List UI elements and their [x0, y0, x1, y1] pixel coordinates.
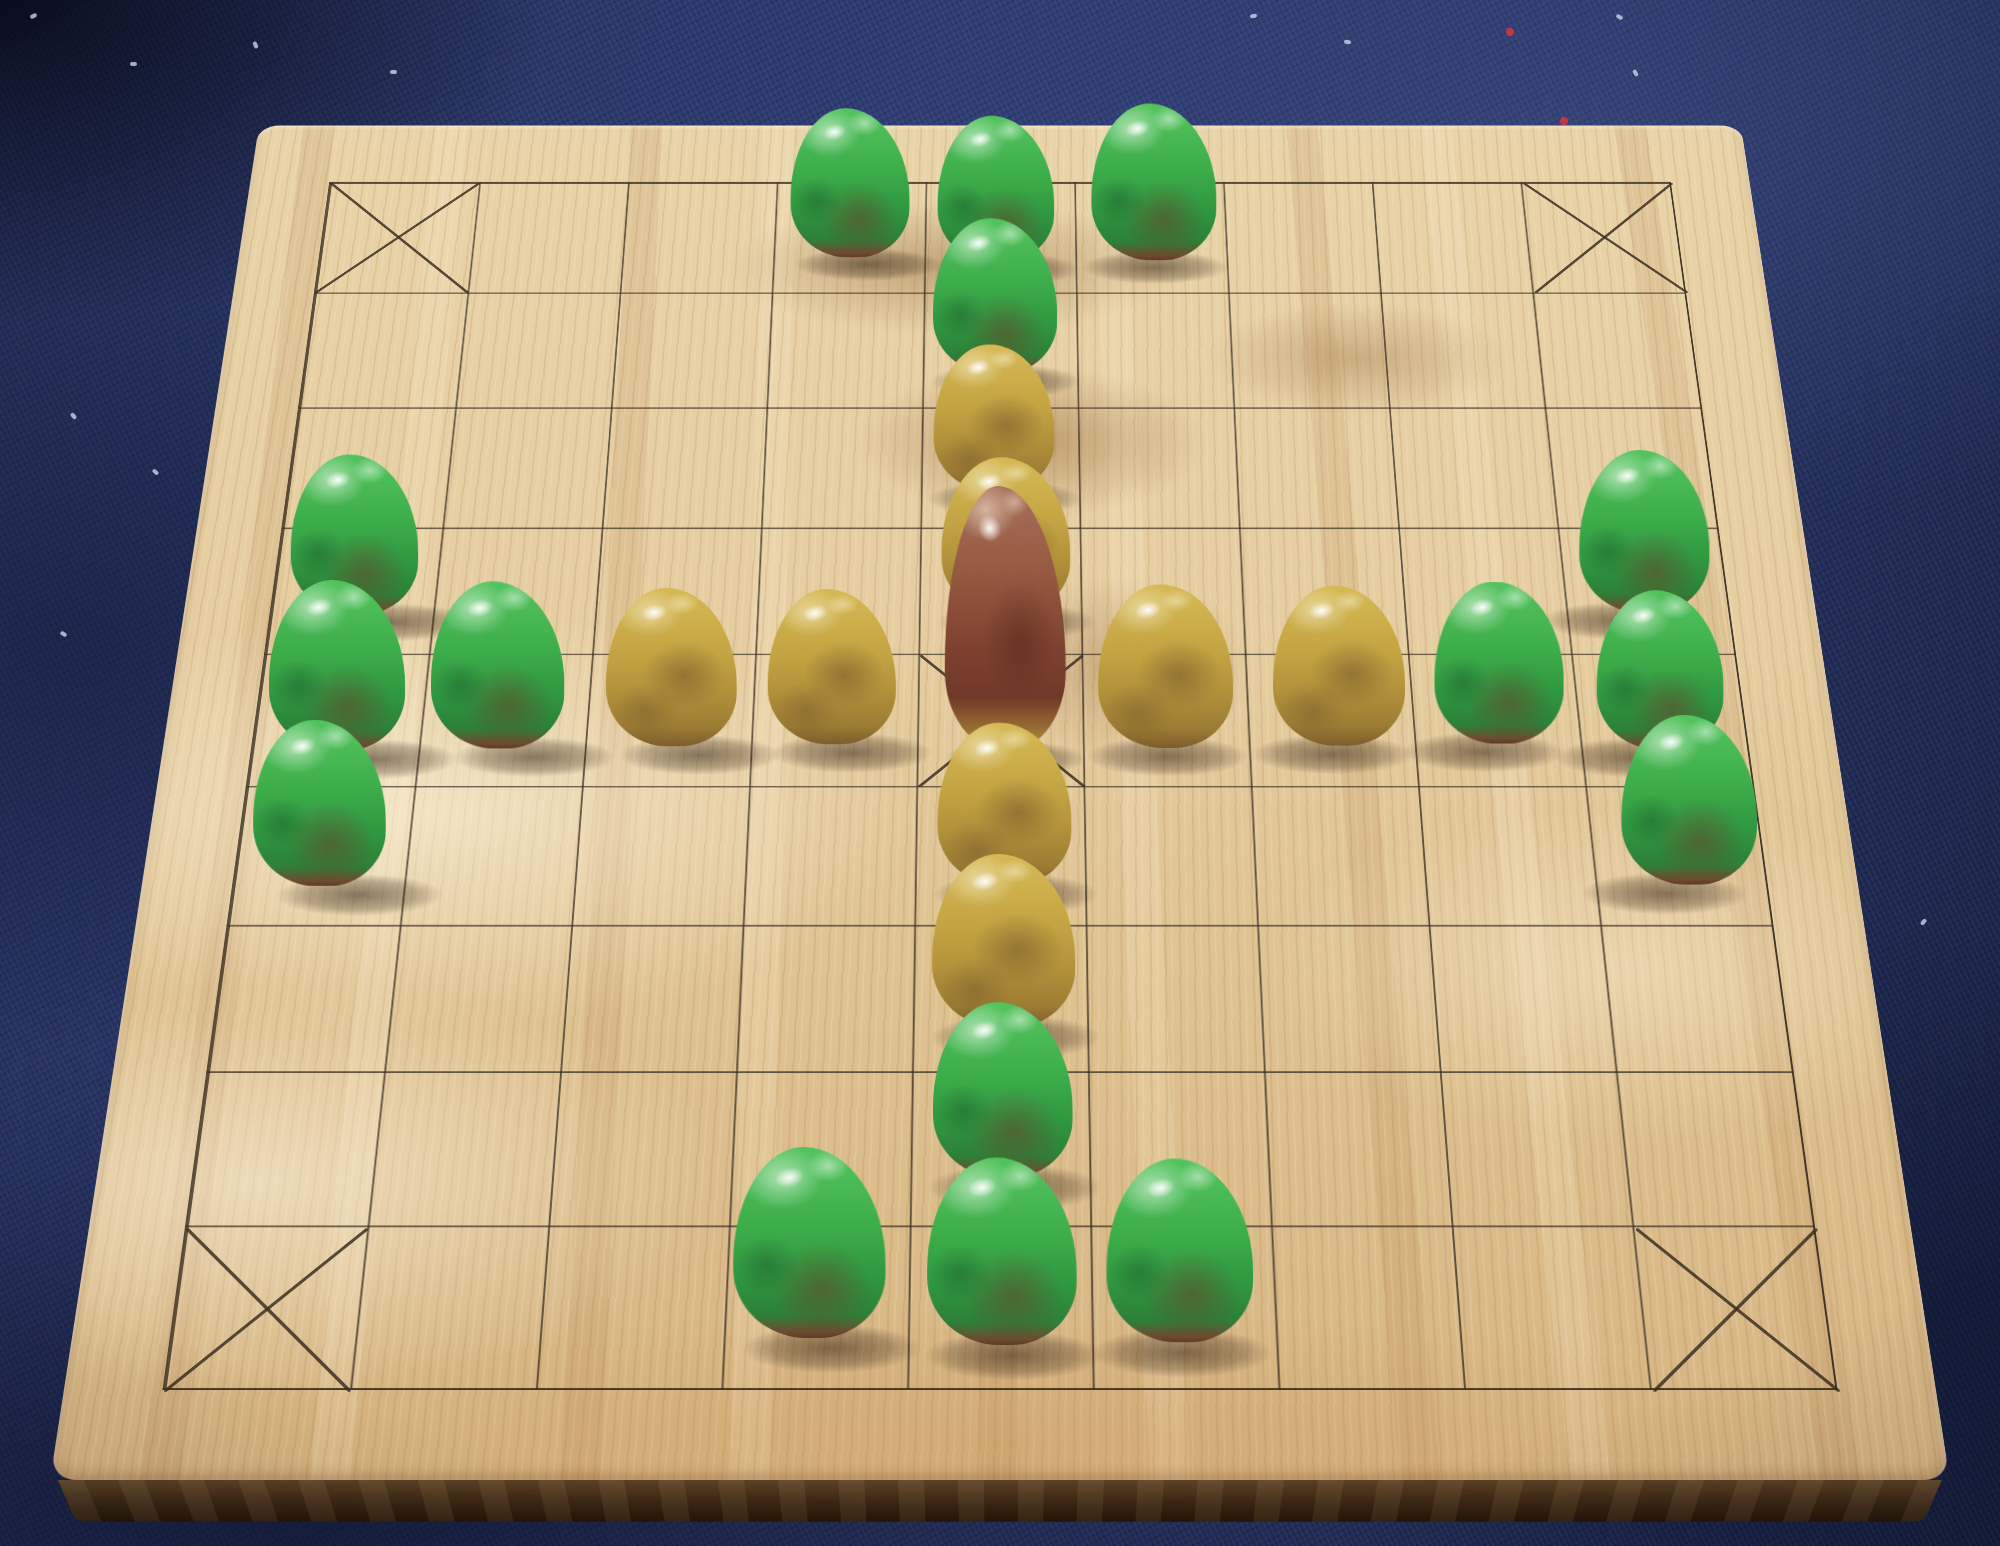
glaze-highlight [817, 119, 852, 147]
square-i3[interactable] [1548, 408, 1721, 529]
square-d9[interactable] [723, 1229, 912, 1392]
square-a3[interactable] [283, 408, 456, 529]
photo-stage [0, 0, 2000, 1546]
square-f1[interactable] [1076, 183, 1230, 293]
square-i7[interactable] [1604, 927, 1796, 1074]
square-c1[interactable] [620, 183, 777, 293]
square-c9[interactable] [537, 1229, 731, 1392]
corner-x-mark-i1 [1523, 183, 1687, 293]
square-i5[interactable] [1574, 655, 1756, 788]
square-a2[interactable] [300, 293, 468, 408]
glaze-highlight [964, 126, 998, 153]
square-c6[interactable] [572, 788, 750, 927]
square-i4[interactable] [1561, 529, 1738, 655]
square-f5[interactable] [1084, 655, 1254, 788]
square-g6[interactable] [1253, 788, 1431, 927]
square-i6[interactable] [1589, 788, 1776, 927]
square-i8[interactable] [1619, 1074, 1817, 1229]
square-f7[interactable] [1088, 927, 1267, 1074]
corner-x-mark-a1 [315, 183, 479, 293]
square-h7[interactable] [1432, 927, 1620, 1074]
square-h8[interactable] [1443, 1074, 1636, 1229]
square-c7[interactable] [561, 927, 744, 1074]
square-e9[interactable] [909, 1229, 1095, 1392]
square-g7[interactable] [1260, 927, 1443, 1074]
tablut-board [50, 125, 1950, 1480]
square-g1[interactable] [1225, 183, 1383, 293]
glaze-highlight [1119, 114, 1156, 143]
square-c3[interactable] [602, 408, 767, 529]
square-f6[interactable] [1086, 788, 1260, 927]
square-e1[interactable] [925, 183, 1077, 293]
square-b6[interactable] [400, 788, 583, 927]
square-c2[interactable] [612, 293, 773, 408]
square-h1[interactable] [1374, 183, 1535, 293]
square-h5[interactable] [1411, 655, 1589, 788]
square-f3[interactable] [1080, 408, 1242, 529]
square-h9[interactable] [1455, 1229, 1654, 1392]
square-e3[interactable] [922, 408, 1082, 529]
square-d7[interactable] [737, 927, 916, 1074]
square-d3[interactable] [762, 408, 923, 529]
square-b2[interactable] [456, 293, 621, 408]
square-b1[interactable] [468, 183, 629, 293]
square-a4[interactable] [266, 529, 443, 655]
square-g4[interactable] [1241, 529, 1410, 655]
square-h2[interactable] [1383, 293, 1548, 408]
square-c5[interactable] [583, 655, 757, 788]
square-b8[interactable] [368, 1074, 561, 1229]
square-e8[interactable] [911, 1074, 1092, 1229]
square-e7[interactable] [914, 927, 1090, 1074]
corner-x-mark-a9 [164, 1229, 368, 1392]
square-c4[interactable] [593, 529, 762, 655]
corner-x-mark-i9 [1636, 1229, 1840, 1392]
square-d1[interactable] [773, 183, 927, 293]
square-d5[interactable] [750, 655, 920, 788]
board-wood-surface [50, 125, 1950, 1480]
square-e4[interactable] [920, 529, 1084, 655]
square-f2[interactable] [1078, 293, 1236, 408]
square-h4[interactable] [1401, 529, 1574, 655]
square-d2[interactable] [768, 293, 926, 408]
square-c8[interactable] [549, 1074, 737, 1229]
square-a6[interactable] [228, 788, 415, 927]
board-grid [162, 182, 1837, 1390]
throne-x-mark-e5 [918, 655, 1086, 788]
square-b9[interactable] [350, 1229, 549, 1392]
square-d8[interactable] [730, 1074, 913, 1229]
square-f8[interactable] [1090, 1074, 1274, 1229]
square-a5[interactable] [247, 655, 429, 788]
square-i2[interactable] [1535, 293, 1703, 408]
square-f4[interactable] [1082, 529, 1248, 655]
square-h6[interactable] [1421, 788, 1604, 927]
square-h3[interactable] [1392, 408, 1561, 529]
square-e6[interactable] [916, 788, 1088, 927]
square-a8[interactable] [187, 1074, 385, 1229]
square-g8[interactable] [1267, 1074, 1455, 1229]
square-d4[interactable] [756, 529, 921, 655]
square-b5[interactable] [415, 655, 593, 788]
perspective-scene [0, 0, 2000, 1546]
board-edge-side [58, 1480, 1942, 1522]
square-g5[interactable] [1247, 655, 1421, 788]
square-d6[interactable] [744, 788, 918, 927]
square-g9[interactable] [1274, 1229, 1468, 1392]
square-b7[interactable] [384, 927, 572, 1074]
square-g2[interactable] [1230, 293, 1391, 408]
square-g3[interactable] [1236, 408, 1401, 529]
square-b3[interactable] [443, 408, 612, 529]
square-e2[interactable] [924, 293, 1080, 408]
square-a7[interactable] [208, 927, 400, 1074]
square-f9[interactable] [1092, 1229, 1281, 1392]
square-b4[interactable] [429, 529, 602, 655]
